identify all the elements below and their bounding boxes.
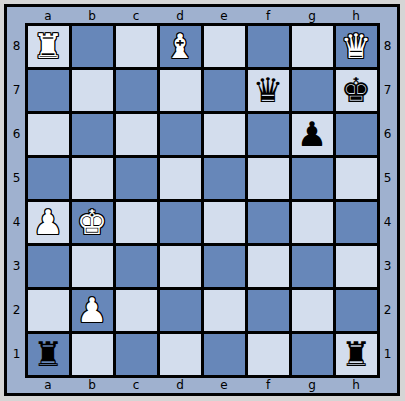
square-c2[interactable] <box>116 290 157 331</box>
square-h7[interactable]: ♚ <box>336 70 377 111</box>
rank-label-3-right: 3 <box>384 246 392 287</box>
square-a4[interactable]: ♟ <box>28 202 69 243</box>
file-label-h-bottom: h <box>336 379 377 391</box>
board-frame: abcdefgh 87654321 ♜♝♛♛♚♟♟♚♟♜♜ 87654321 a… <box>4 4 400 396</box>
rank-label-8-right: 8 <box>384 26 392 67</box>
square-f8[interactable] <box>248 26 289 67</box>
rank-label-1-left: 1 <box>13 334 21 375</box>
square-h6[interactable] <box>336 114 377 155</box>
square-b6[interactable] <box>72 114 113 155</box>
square-g7[interactable] <box>292 70 333 111</box>
square-c5[interactable] <box>116 158 157 199</box>
rank-label-3-left: 3 <box>13 246 21 287</box>
square-b2[interactable]: ♟ <box>72 290 113 331</box>
square-a3[interactable] <box>28 246 69 287</box>
square-b3[interactable] <box>72 246 113 287</box>
square-d7[interactable] <box>160 70 201 111</box>
square-c3[interactable] <box>116 246 157 287</box>
piece-black-king[interactable]: ♚ <box>341 73 371 107</box>
square-f4[interactable] <box>248 202 289 243</box>
rank-label-4-left: 4 <box>13 202 21 243</box>
square-h8[interactable]: ♛ <box>336 26 377 67</box>
file-label-e-bottom: e <box>204 379 245 391</box>
rank-label-6-left: 6 <box>13 114 21 155</box>
file-label-f-top: f <box>248 10 289 22</box>
piece-black-rook[interactable]: ♜ <box>341 337 371 371</box>
square-a8[interactable]: ♜ <box>28 26 69 67</box>
piece-white-pawn[interactable]: ♟ <box>33 205 63 239</box>
square-a7[interactable] <box>28 70 69 111</box>
square-d4[interactable] <box>160 202 201 243</box>
square-g1[interactable] <box>292 334 333 375</box>
square-d3[interactable] <box>160 246 201 287</box>
square-b1[interactable] <box>72 334 113 375</box>
square-g6[interactable]: ♟ <box>292 114 333 155</box>
rank-label-8-left: 8 <box>13 26 21 67</box>
square-g5[interactable] <box>292 158 333 199</box>
square-b7[interactable] <box>72 70 113 111</box>
square-c4[interactable] <box>116 202 157 243</box>
file-label-b-bottom: b <box>72 379 113 391</box>
square-e1[interactable] <box>204 334 245 375</box>
file-label-f-bottom: f <box>248 379 289 391</box>
rank-label-5-right: 5 <box>384 158 392 199</box>
piece-black-rook[interactable]: ♜ <box>33 337 63 371</box>
square-e8[interactable] <box>204 26 245 67</box>
square-e5[interactable] <box>204 158 245 199</box>
square-e3[interactable] <box>204 246 245 287</box>
file-label-d-bottom: d <box>160 379 201 391</box>
square-e4[interactable] <box>204 202 245 243</box>
square-c8[interactable] <box>116 26 157 67</box>
square-b4[interactable]: ♚ <box>72 202 113 243</box>
square-f1[interactable] <box>248 334 289 375</box>
square-b5[interactable] <box>72 158 113 199</box>
rank-label-4-right: 4 <box>384 202 392 243</box>
square-c6[interactable] <box>116 114 157 155</box>
square-b8[interactable] <box>72 26 113 67</box>
file-labels-top: abcdefgh <box>25 10 380 22</box>
square-h4[interactable] <box>336 202 377 243</box>
rank-labels-right: 87654321 <box>384 23 392 378</box>
square-e6[interactable] <box>204 114 245 155</box>
file-label-h-top: h <box>336 10 377 22</box>
file-label-c-top: c <box>116 10 157 22</box>
square-g4[interactable] <box>292 202 333 243</box>
square-g2[interactable] <box>292 290 333 331</box>
square-d5[interactable] <box>160 158 201 199</box>
file-label-c-bottom: c <box>116 379 157 391</box>
square-d1[interactable] <box>160 334 201 375</box>
square-h2[interactable] <box>336 290 377 331</box>
square-a5[interactable] <box>28 158 69 199</box>
piece-black-pawn[interactable]: ♟ <box>297 117 327 151</box>
file-label-b-top: b <box>72 10 113 22</box>
rank-label-1-right: 1 <box>384 334 392 375</box>
file-label-d-top: d <box>160 10 201 22</box>
square-a2[interactable] <box>28 290 69 331</box>
rank-label-2-right: 2 <box>384 290 392 331</box>
square-a1[interactable]: ♜ <box>28 334 69 375</box>
square-c1[interactable] <box>116 334 157 375</box>
piece-white-queen[interactable]: ♛ <box>341 29 371 63</box>
piece-white-pawn[interactable]: ♟ <box>77 293 107 327</box>
piece-white-rook[interactable]: ♜ <box>33 29 63 63</box>
square-h3[interactable] <box>336 246 377 287</box>
square-f3[interactable] <box>248 246 289 287</box>
rank-label-7-left: 7 <box>13 70 21 111</box>
rank-labels-left: 87654321 <box>13 23 21 378</box>
file-label-a-bottom: a <box>28 379 69 391</box>
file-label-g-top: g <box>292 10 333 22</box>
square-f6[interactable] <box>248 114 289 155</box>
piece-white-bishop[interactable]: ♝ <box>165 29 195 63</box>
square-f5[interactable] <box>248 158 289 199</box>
piece-black-queen[interactable]: ♛ <box>253 73 283 107</box>
square-f7[interactable]: ♛ <box>248 70 289 111</box>
square-c7[interactable] <box>116 70 157 111</box>
square-h1[interactable]: ♜ <box>336 334 377 375</box>
page-background: abcdefgh 87654321 ♜♝♛♛♚♟♟♚♟♜♜ 87654321 a… <box>0 0 405 401</box>
rank-label-7-right: 7 <box>384 70 392 111</box>
square-f2[interactable] <box>248 290 289 331</box>
file-label-a-top: a <box>28 10 69 22</box>
square-e7[interactable] <box>204 70 245 111</box>
square-d2[interactable] <box>160 290 201 331</box>
rank-label-6-right: 6 <box>384 114 392 155</box>
rank-label-2-left: 2 <box>13 290 21 331</box>
square-a6[interactable] <box>28 114 69 155</box>
rank-label-5-left: 5 <box>13 158 21 199</box>
square-g3[interactable] <box>292 246 333 287</box>
square-d6[interactable] <box>160 114 201 155</box>
square-d8[interactable]: ♝ <box>160 26 201 67</box>
piece-white-king[interactable]: ♚ <box>77 205 107 239</box>
file-label-g-bottom: g <box>292 379 333 391</box>
square-h5[interactable] <box>336 158 377 199</box>
file-label-e-top: e <box>204 10 245 22</box>
file-labels-bottom: abcdefgh <box>25 379 380 391</box>
chess-board: ♜♝♛♛♚♟♟♚♟♜♜ <box>25 23 380 378</box>
square-g8[interactable] <box>292 26 333 67</box>
board-layout: abcdefgh 87654321 ♜♝♛♛♚♟♟♚♟♜♜ 87654321 a… <box>9 9 396 392</box>
square-e2[interactable] <box>204 290 245 331</box>
